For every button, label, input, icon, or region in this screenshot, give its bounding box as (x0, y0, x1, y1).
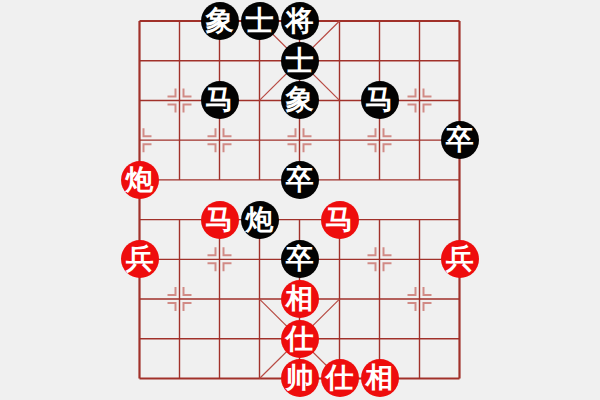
piece-black-advisor[interactable]: 士 (241, 2, 279, 40)
piece-red-cannon[interactable]: 炮 (121, 161, 159, 199)
piece-red-advisor[interactable]: 仕 (281, 320, 319, 358)
piece-black-elephant[interactable]: 象 (281, 81, 319, 119)
piece-black-soldier[interactable]: 卒 (281, 240, 319, 278)
piece-red-soldier[interactable]: 兵 (441, 240, 479, 278)
piece-red-horse[interactable]: 马 (321, 201, 359, 239)
xiangqi-board: 象士将士马象马卒炮卒马炮马兵卒兵相仕帅仕相 (0, 0, 600, 400)
piece-black-soldier[interactable]: 卒 (281, 161, 319, 199)
piece-red-soldier[interactable]: 兵 (121, 240, 159, 278)
piece-black-horse[interactable]: 马 (201, 81, 239, 119)
piece-black-elephant[interactable]: 象 (201, 2, 239, 40)
piece-red-advisor[interactable]: 仕 (321, 359, 359, 397)
piece-black-advisor[interactable]: 士 (281, 42, 319, 80)
piece-black-general[interactable]: 将 (281, 2, 319, 40)
board-pieces: 象士将士马象马卒炮卒马炮马兵卒兵相仕帅仕相 (0, 0, 600, 400)
piece-red-elephant[interactable]: 相 (361, 359, 399, 397)
piece-red-general[interactable]: 帅 (281, 359, 319, 397)
piece-black-cannon[interactable]: 炮 (241, 201, 279, 239)
piece-black-soldier[interactable]: 卒 (441, 121, 479, 159)
piece-red-elephant[interactable]: 相 (281, 280, 319, 318)
piece-black-horse[interactable]: 马 (361, 81, 399, 119)
piece-red-horse[interactable]: 马 (201, 201, 239, 239)
